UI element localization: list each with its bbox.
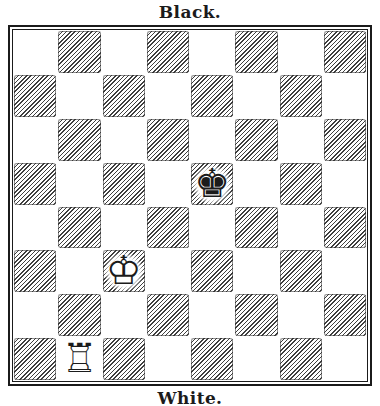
dark-square-hatch — [58, 294, 100, 336]
square-e7[interactable] — [190, 74, 234, 118]
dark-square-hatch — [324, 207, 366, 249]
black-king[interactable]: ♚ — [190, 162, 234, 206]
dark-square-hatch — [14, 75, 56, 117]
dark-square-hatch — [324, 294, 366, 336]
square-a5[interactable] — [13, 162, 57, 206]
square-d1[interactable] — [146, 337, 190, 381]
square-a6[interactable] — [13, 118, 57, 162]
square-f5[interactable] — [234, 162, 278, 206]
square-g5[interactable] — [279, 162, 323, 206]
square-d5[interactable] — [146, 162, 190, 206]
dark-square-hatch — [280, 163, 322, 205]
square-h3[interactable] — [323, 249, 367, 293]
board-frame: ♚♔♖ — [8, 25, 372, 386]
dark-square-hatch — [324, 119, 366, 161]
white-king-glyph: ♔ — [106, 250, 142, 290]
square-f2[interactable] — [234, 293, 278, 337]
square-b7[interactable] — [57, 74, 101, 118]
square-f3[interactable] — [234, 249, 278, 293]
square-c4[interactable] — [102, 206, 146, 250]
square-g7[interactable] — [279, 74, 323, 118]
square-g4[interactable] — [279, 206, 323, 250]
dark-square-hatch — [191, 75, 233, 117]
black-side-label: Black. — [0, 4, 380, 21]
dark-square-hatch — [58, 207, 100, 249]
square-b4[interactable] — [57, 206, 101, 250]
square-h8[interactable] — [323, 30, 367, 74]
square-f4[interactable] — [234, 206, 278, 250]
square-d2[interactable] — [146, 293, 190, 337]
dark-square-hatch — [280, 75, 322, 117]
dark-square-hatch — [324, 31, 366, 73]
dark-square-hatch — [58, 31, 100, 73]
square-b2[interactable] — [57, 293, 101, 337]
dark-square-hatch — [14, 163, 56, 205]
white-rook[interactable]: ♖ — [57, 337, 101, 381]
square-h4[interactable] — [323, 206, 367, 250]
dark-square-hatch — [147, 294, 189, 336]
square-c8[interactable] — [102, 30, 146, 74]
dark-square-hatch — [235, 31, 277, 73]
square-e2[interactable] — [190, 293, 234, 337]
dark-square-hatch — [58, 119, 100, 161]
square-c6[interactable] — [102, 118, 146, 162]
square-g8[interactable] — [279, 30, 323, 74]
square-e4[interactable] — [190, 206, 234, 250]
dark-square-hatch — [147, 207, 189, 249]
dark-square-hatch — [147, 119, 189, 161]
square-d7[interactable] — [146, 74, 190, 118]
dark-square-hatch — [280, 338, 322, 380]
dark-square-hatch — [14, 338, 56, 380]
square-b5[interactable] — [57, 162, 101, 206]
square-g1[interactable] — [279, 337, 323, 381]
square-e6[interactable] — [190, 118, 234, 162]
dark-square-hatch — [235, 207, 277, 249]
square-e1[interactable] — [190, 337, 234, 381]
square-h7[interactable] — [323, 74, 367, 118]
square-d8[interactable] — [146, 30, 190, 74]
square-g6[interactable] — [279, 118, 323, 162]
square-f8[interactable] — [234, 30, 278, 74]
square-c2[interactable] — [102, 293, 146, 337]
square-h6[interactable] — [323, 118, 367, 162]
dark-square-hatch — [147, 31, 189, 73]
square-c5[interactable] — [102, 162, 146, 206]
square-b6[interactable] — [57, 118, 101, 162]
square-a4[interactable] — [13, 206, 57, 250]
square-d4[interactable] — [146, 206, 190, 250]
dark-square-hatch — [191, 338, 233, 380]
square-a2[interactable] — [13, 293, 57, 337]
square-a7[interactable] — [13, 74, 57, 118]
chess-board: ♚♔♖ — [13, 30, 367, 381]
square-h5[interactable] — [323, 162, 367, 206]
board-inner-border: ♚♔♖ — [12, 29, 368, 382]
square-c7[interactable] — [102, 74, 146, 118]
square-e5[interactable]: ♚ — [190, 162, 234, 206]
square-e3[interactable] — [190, 249, 234, 293]
white-king[interactable]: ♔ — [102, 249, 146, 293]
square-a8[interactable] — [13, 30, 57, 74]
black-king-glyph: ♚ — [194, 163, 230, 203]
square-g2[interactable] — [279, 293, 323, 337]
square-f1[interactable] — [234, 337, 278, 381]
square-b8[interactable] — [57, 30, 101, 74]
square-e8[interactable] — [190, 30, 234, 74]
square-b3[interactable] — [57, 249, 101, 293]
square-b1[interactable]: ♖ — [57, 337, 101, 381]
square-h2[interactable] — [323, 293, 367, 337]
square-g3[interactable] — [279, 249, 323, 293]
square-d3[interactable] — [146, 249, 190, 293]
square-a1[interactable] — [13, 337, 57, 381]
white-rook-glyph: ♖ — [61, 338, 97, 378]
square-f7[interactable] — [234, 74, 278, 118]
square-d6[interactable] — [146, 118, 190, 162]
dark-square-hatch — [14, 250, 56, 292]
square-a3[interactable] — [13, 249, 57, 293]
dark-square-hatch — [235, 294, 277, 336]
white-side-label: White. — [0, 390, 380, 406]
chess-diagram-page: Black. ♚♔♖ White. — [0, 0, 380, 406]
square-f6[interactable] — [234, 118, 278, 162]
dark-square-hatch — [103, 75, 145, 117]
dark-square-hatch — [103, 338, 145, 380]
dark-square-hatch — [235, 119, 277, 161]
dark-square-hatch — [280, 250, 322, 292]
square-c1[interactable] — [102, 337, 146, 381]
dark-square-hatch — [191, 250, 233, 292]
square-c3[interactable]: ♔ — [102, 249, 146, 293]
square-h1[interactable] — [323, 337, 367, 381]
dark-square-hatch — [103, 163, 145, 205]
